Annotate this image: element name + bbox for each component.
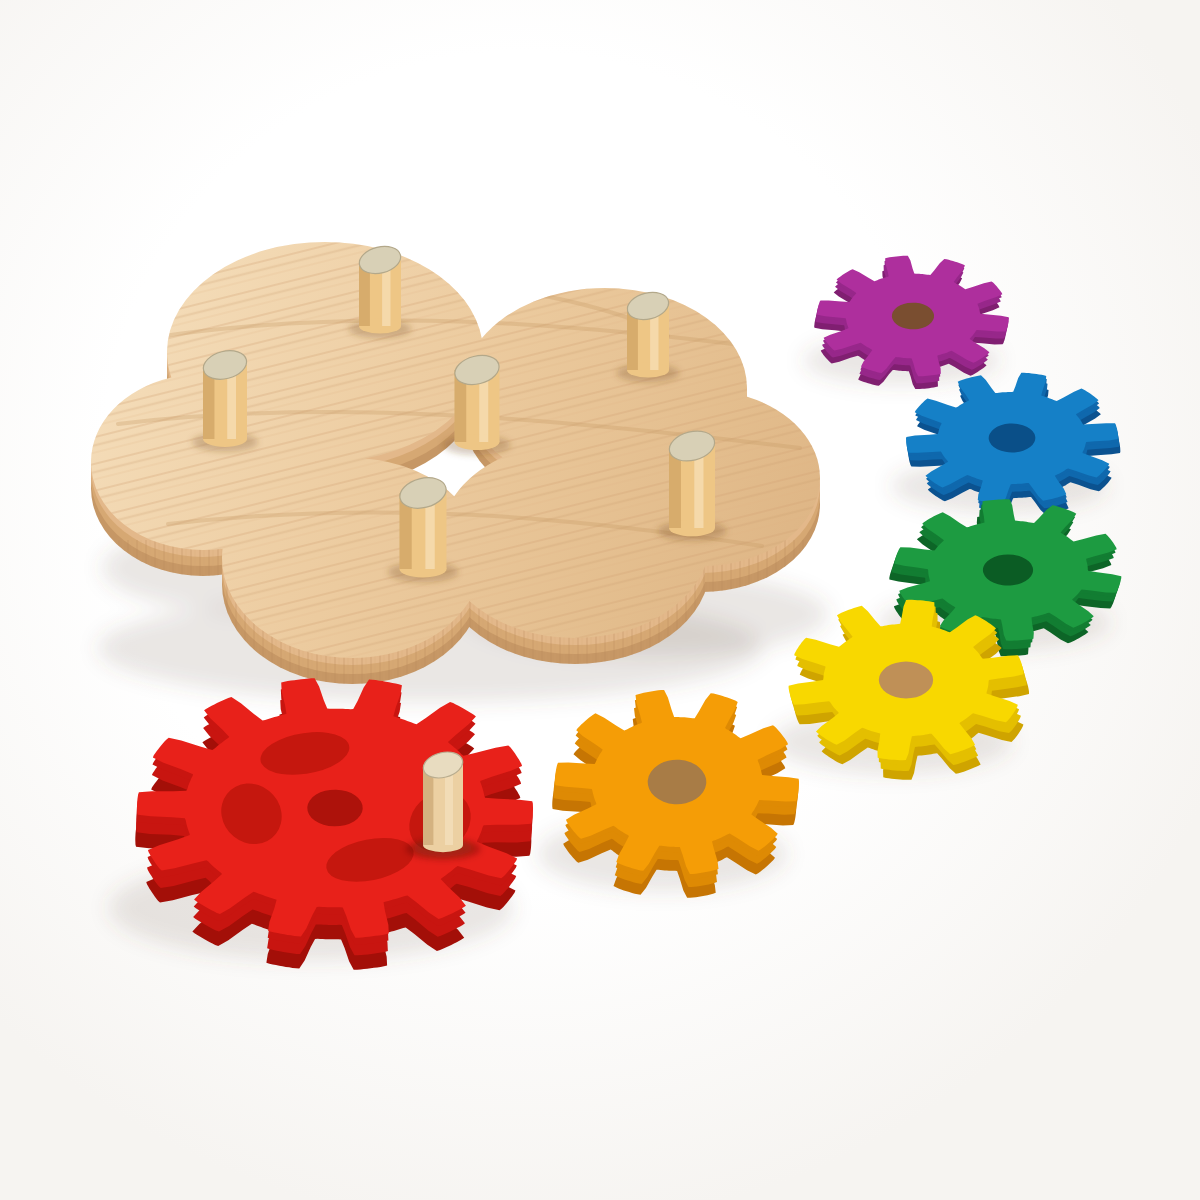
product-photo bbox=[0, 0, 1200, 1200]
toy-scene-canvas bbox=[0, 0, 1200, 1200]
